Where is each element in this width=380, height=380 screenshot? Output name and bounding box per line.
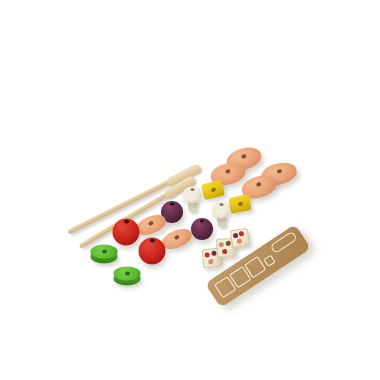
bead-hole: [190, 188, 194, 191]
bead-hole: [200, 220, 204, 223]
bead-hole: [276, 169, 282, 174]
cheese-square-1: [201, 180, 225, 201]
olive-2: [191, 218, 213, 240]
cucumber-top: [91, 245, 118, 259]
bead-hole: [174, 234, 180, 240]
cucumber-slice-1: [91, 245, 118, 264]
food-die-3: [230, 228, 250, 248]
mushroom-2: [212, 202, 231, 227]
die-food-icon: [239, 231, 245, 237]
mushroom-1: [183, 187, 202, 212]
die-food-icon: [205, 252, 210, 257]
die-food-icon: [233, 233, 239, 239]
bead-hole: [241, 154, 247, 159]
bead-hole: [225, 169, 231, 174]
product-photo: [0, 0, 380, 380]
bead-hole: [170, 203, 174, 206]
bead-hole: [210, 187, 216, 192]
die-food-icon: [222, 248, 227, 253]
mushroom-cap: [183, 187, 202, 204]
die-food-icon: [236, 238, 242, 244]
bead-hole: [148, 220, 154, 226]
bead-hole: [102, 250, 107, 254]
score-box-4: [263, 255, 275, 267]
scene: [0, 0, 380, 380]
cucumber-top: [114, 267, 141, 281]
die-food-icon: [208, 258, 213, 263]
cucumber-slice-2: [114, 267, 141, 286]
tomato-1: [113, 219, 140, 246]
die-food-icon: [219, 242, 224, 247]
bead-hole: [256, 182, 262, 187]
bead-hole: [125, 272, 130, 276]
bead-hole: [219, 203, 223, 206]
tomato-2: [139, 238, 166, 265]
mushroom-cap: [212, 202, 231, 219]
die-food-icon: [226, 241, 231, 246]
bead-hole: [237, 201, 243, 206]
bead-hole: [124, 220, 129, 224]
bead-hole: [150, 239, 155, 243]
cheese-square-2: [228, 194, 251, 213]
skewer-slot-outline: [270, 231, 298, 254]
